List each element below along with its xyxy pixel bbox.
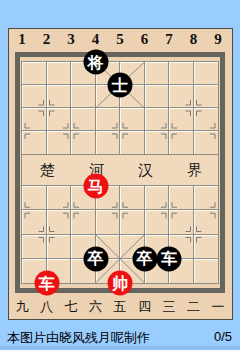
bottom-label-8: 二	[187, 298, 200, 316]
piece-red-general[interactable]: 帅	[108, 271, 133, 296]
top-label-7: 7	[165, 31, 173, 48]
piece-red-horse[interactable]: 马	[83, 174, 108, 199]
piece-black-advisor[interactable]: 士	[108, 73, 133, 98]
credit-text: 本图片由晓风残月呢制作	[7, 329, 150, 347]
top-label-1: 1	[18, 31, 26, 48]
bottom-label-2: 八	[40, 298, 53, 316]
bottom-label-1: 九	[16, 298, 29, 316]
bottom-label-9: 一	[212, 298, 225, 316]
bottom-label-4: 六	[89, 298, 102, 316]
bottom-label-6: 四	[138, 298, 151, 316]
top-label-3: 3	[67, 31, 75, 48]
status-bar: 本图片由晓风残月呢制作 0/5	[0, 326, 240, 346]
piece-black-soldier-a[interactable]: 卒	[83, 246, 108, 271]
top-label-5: 5	[116, 31, 124, 48]
top-label-8: 8	[190, 31, 198, 48]
top-label-2: 2	[43, 31, 51, 48]
top-label-9: 9	[214, 31, 222, 48]
piece-red-chariot[interactable]: 车	[34, 271, 59, 296]
xiangqi-puzzle-page: 123456789 楚河汉界 将士马卒卒车帅车 九八七六五四三二一 本图片由晓风…	[0, 0, 240, 350]
bottom-label-7: 三	[163, 298, 176, 316]
bottom-label-5: 五	[114, 298, 127, 316]
bottom-label-3: 七	[65, 298, 78, 316]
window-edge	[0, 346, 240, 350]
progress-counter: 0/5	[214, 329, 232, 344]
piece-black-general[interactable]: 将	[83, 50, 108, 75]
piece-black-chariot[interactable]: 车	[157, 246, 182, 271]
top-label-6: 6	[141, 31, 149, 48]
top-label-4: 4	[92, 31, 100, 48]
piece-black-soldier-b[interactable]: 卒	[132, 246, 157, 271]
